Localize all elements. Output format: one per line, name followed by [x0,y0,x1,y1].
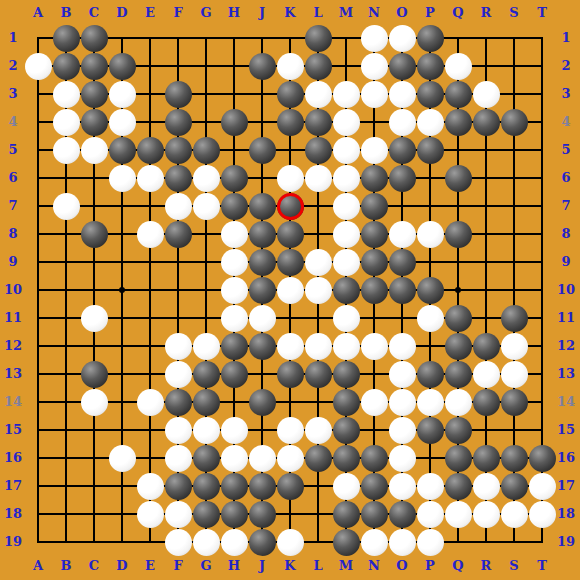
intersection-F1[interactable] [164,24,192,52]
intersection-C7[interactable] [80,192,108,220]
intersection-R4[interactable] [472,108,500,136]
intersection-O12[interactable] [388,332,416,360]
intersection-H14[interactable] [220,388,248,416]
intersection-O6[interactable] [388,164,416,192]
intersection-J13[interactable] [248,360,276,388]
intersection-Q1[interactable] [444,24,472,52]
intersection-J11[interactable] [248,304,276,332]
intersection-Q10[interactable] [444,276,472,304]
intersection-P13[interactable] [416,360,444,388]
intersection-G7[interactable] [192,192,220,220]
intersection-K10[interactable] [276,276,304,304]
intersection-O7[interactable] [388,192,416,220]
intersection-P5[interactable] [416,136,444,164]
intersection-N7[interactable] [360,192,388,220]
intersection-K14[interactable] [276,388,304,416]
intersection-P1[interactable] [416,24,444,52]
intersection-L12[interactable] [304,332,332,360]
intersection-L11[interactable] [304,304,332,332]
intersection-K2[interactable] [276,52,304,80]
intersection-B17[interactable] [52,472,80,500]
intersection-S17[interactable] [500,472,528,500]
intersection-D14[interactable] [108,388,136,416]
intersection-E14[interactable] [136,388,164,416]
intersection-A15[interactable] [24,416,52,444]
intersection-C14[interactable] [80,388,108,416]
intersection-P3[interactable] [416,80,444,108]
intersection-B1[interactable] [52,24,80,52]
intersection-E16[interactable] [136,444,164,472]
intersection-O1[interactable] [388,24,416,52]
intersection-R16[interactable] [472,444,500,472]
intersection-T19[interactable] [528,528,556,556]
intersection-Q8[interactable] [444,220,472,248]
intersection-P4[interactable] [416,108,444,136]
intersection-Q19[interactable] [444,528,472,556]
intersection-H6[interactable] [220,164,248,192]
intersection-E10[interactable] [136,276,164,304]
intersection-B7[interactable] [52,192,80,220]
intersection-J10[interactable] [248,276,276,304]
intersection-P19[interactable] [416,528,444,556]
intersection-Q11[interactable] [444,304,472,332]
intersection-R5[interactable] [472,136,500,164]
intersection-R18[interactable] [472,500,500,528]
intersection-B15[interactable] [52,416,80,444]
intersection-K3[interactable] [276,80,304,108]
intersection-D17[interactable] [108,472,136,500]
intersection-H2[interactable] [220,52,248,80]
intersection-Q12[interactable] [444,332,472,360]
intersection-A9[interactable] [24,248,52,276]
intersection-C2[interactable] [80,52,108,80]
intersection-M14[interactable] [332,388,360,416]
intersection-S16[interactable] [500,444,528,472]
intersection-G2[interactable] [192,52,220,80]
intersection-J16[interactable] [248,444,276,472]
intersection-T11[interactable] [528,304,556,332]
intersection-M18[interactable] [332,500,360,528]
intersection-Q18[interactable] [444,500,472,528]
intersection-A19[interactable] [24,528,52,556]
intersection-Q9[interactable] [444,248,472,276]
intersection-H18[interactable] [220,500,248,528]
intersection-L16[interactable] [304,444,332,472]
intersection-O15[interactable] [388,416,416,444]
intersection-O10[interactable] [388,276,416,304]
intersection-P9[interactable] [416,248,444,276]
intersection-R3[interactable] [472,80,500,108]
intersection-N5[interactable] [360,136,388,164]
intersection-H8[interactable] [220,220,248,248]
intersection-E11[interactable] [136,304,164,332]
intersection-F12[interactable] [164,332,192,360]
intersection-G11[interactable] [192,304,220,332]
intersection-B2[interactable] [52,52,80,80]
intersection-S13[interactable] [500,360,528,388]
intersection-D19[interactable] [108,528,136,556]
intersection-O11[interactable] [388,304,416,332]
intersection-G5[interactable] [192,136,220,164]
intersection-Q6[interactable] [444,164,472,192]
intersection-R14[interactable] [472,388,500,416]
intersection-H11[interactable] [220,304,248,332]
intersection-Q2[interactable] [444,52,472,80]
intersection-C17[interactable] [80,472,108,500]
intersection-N13[interactable] [360,360,388,388]
intersection-D5[interactable] [108,136,136,164]
intersection-D3[interactable] [108,80,136,108]
intersection-S11[interactable] [500,304,528,332]
intersection-N15[interactable] [360,416,388,444]
intersection-R19[interactable] [472,528,500,556]
intersection-R7[interactable] [472,192,500,220]
intersection-A3[interactable] [24,80,52,108]
intersection-O13[interactable] [388,360,416,388]
intersection-J6[interactable] [248,164,276,192]
intersection-T12[interactable] [528,332,556,360]
intersection-S8[interactable] [500,220,528,248]
intersection-Q17[interactable] [444,472,472,500]
intersection-F8[interactable] [164,220,192,248]
intersection-J5[interactable] [248,136,276,164]
intersection-C12[interactable] [80,332,108,360]
intersection-B18[interactable] [52,500,80,528]
intersection-T5[interactable] [528,136,556,164]
intersection-R2[interactable] [472,52,500,80]
intersection-G10[interactable] [192,276,220,304]
intersection-P17[interactable] [416,472,444,500]
intersection-J1[interactable] [248,24,276,52]
intersection-L17[interactable] [304,472,332,500]
intersection-E5[interactable] [136,136,164,164]
intersection-P8[interactable] [416,220,444,248]
intersection-M12[interactable] [332,332,360,360]
intersection-G14[interactable] [192,388,220,416]
intersection-R13[interactable] [472,360,500,388]
intersection-N4[interactable] [360,108,388,136]
intersection-F18[interactable] [164,500,192,528]
intersection-J2[interactable] [248,52,276,80]
intersection-H15[interactable] [220,416,248,444]
intersection-A17[interactable] [24,472,52,500]
intersection-D10[interactable] [108,276,136,304]
intersection-L10[interactable] [304,276,332,304]
intersection-D7[interactable] [108,192,136,220]
intersection-K6[interactable] [276,164,304,192]
intersection-S12[interactable] [500,332,528,360]
intersection-T10[interactable] [528,276,556,304]
intersection-H1[interactable] [220,24,248,52]
intersection-T8[interactable] [528,220,556,248]
intersection-S2[interactable] [500,52,528,80]
intersection-L2[interactable] [304,52,332,80]
intersection-J3[interactable] [248,80,276,108]
intersection-O8[interactable] [388,220,416,248]
intersection-F9[interactable] [164,248,192,276]
intersection-C9[interactable] [80,248,108,276]
intersection-N3[interactable] [360,80,388,108]
intersection-A13[interactable] [24,360,52,388]
intersection-F14[interactable] [164,388,192,416]
intersection-K1[interactable] [276,24,304,52]
intersection-O5[interactable] [388,136,416,164]
intersection-M13[interactable] [332,360,360,388]
intersection-K5[interactable] [276,136,304,164]
intersection-A6[interactable] [24,164,52,192]
intersection-E3[interactable] [136,80,164,108]
intersection-F5[interactable] [164,136,192,164]
intersection-K16[interactable] [276,444,304,472]
intersection-B6[interactable] [52,164,80,192]
intersection-A10[interactable] [24,276,52,304]
intersection-B8[interactable] [52,220,80,248]
intersection-Q3[interactable] [444,80,472,108]
intersection-T2[interactable] [528,52,556,80]
intersection-Q16[interactable] [444,444,472,472]
intersection-E19[interactable] [136,528,164,556]
intersection-R17[interactable] [472,472,500,500]
intersection-G17[interactable] [192,472,220,500]
intersection-E8[interactable] [136,220,164,248]
intersection-L18[interactable] [304,500,332,528]
intersection-M3[interactable] [332,80,360,108]
intersection-F11[interactable] [164,304,192,332]
intersection-E6[interactable] [136,164,164,192]
intersection-N16[interactable] [360,444,388,472]
intersection-Q15[interactable] [444,416,472,444]
intersection-F7[interactable] [164,192,192,220]
intersection-Q14[interactable] [444,388,472,416]
intersection-H5[interactable] [220,136,248,164]
intersection-H12[interactable] [220,332,248,360]
intersection-M4[interactable] [332,108,360,136]
intersection-A16[interactable] [24,444,52,472]
intersection-T13[interactable] [528,360,556,388]
intersection-B14[interactable] [52,388,80,416]
intersection-M11[interactable] [332,304,360,332]
intersection-H10[interactable] [220,276,248,304]
intersection-D16[interactable] [108,444,136,472]
intersection-S3[interactable] [500,80,528,108]
intersection-T17[interactable] [528,472,556,500]
intersection-S1[interactable] [500,24,528,52]
intersection-J17[interactable] [248,472,276,500]
intersection-S6[interactable] [500,164,528,192]
intersection-P16[interactable] [416,444,444,472]
intersection-G6[interactable] [192,164,220,192]
intersection-K18[interactable] [276,500,304,528]
intersection-S4[interactable] [500,108,528,136]
intersection-B19[interactable] [52,528,80,556]
intersection-B4[interactable] [52,108,80,136]
intersection-B9[interactable] [52,248,80,276]
intersection-R12[interactable] [472,332,500,360]
intersection-H19[interactable] [220,528,248,556]
intersection-N11[interactable] [360,304,388,332]
intersection-F10[interactable] [164,276,192,304]
intersection-M7[interactable] [332,192,360,220]
intersection-S14[interactable] [500,388,528,416]
intersection-C18[interactable] [80,500,108,528]
intersection-P7[interactable] [416,192,444,220]
intersection-N18[interactable] [360,500,388,528]
intersection-D4[interactable] [108,108,136,136]
intersection-A2[interactable] [24,52,52,80]
intersection-O3[interactable] [388,80,416,108]
intersection-D1[interactable] [108,24,136,52]
intersection-C1[interactable] [80,24,108,52]
intersection-B12[interactable] [52,332,80,360]
intersection-S5[interactable] [500,136,528,164]
intersection-F13[interactable] [164,360,192,388]
intersection-G18[interactable] [192,500,220,528]
intersection-M15[interactable] [332,416,360,444]
intersection-S19[interactable] [500,528,528,556]
intersection-G1[interactable] [192,24,220,52]
intersection-G8[interactable] [192,220,220,248]
intersection-L3[interactable] [304,80,332,108]
intersection-Q13[interactable] [444,360,472,388]
intersection-G15[interactable] [192,416,220,444]
intersection-P12[interactable] [416,332,444,360]
intersection-B10[interactable] [52,276,80,304]
intersection-N14[interactable] [360,388,388,416]
intersection-R9[interactable] [472,248,500,276]
intersection-K15[interactable] [276,416,304,444]
intersection-N12[interactable] [360,332,388,360]
intersection-K19[interactable] [276,528,304,556]
intersection-H17[interactable] [220,472,248,500]
intersection-N1[interactable] [360,24,388,52]
intersection-E15[interactable] [136,416,164,444]
intersection-L9[interactable] [304,248,332,276]
intersection-E9[interactable] [136,248,164,276]
intersection-D11[interactable] [108,304,136,332]
intersection-T1[interactable] [528,24,556,52]
intersection-O9[interactable] [388,248,416,276]
intersection-A1[interactable] [24,24,52,52]
intersection-K7[interactable] [276,192,304,220]
intersection-J15[interactable] [248,416,276,444]
intersection-E18[interactable] [136,500,164,528]
intersection-J7[interactable] [248,192,276,220]
intersection-H3[interactable] [220,80,248,108]
intersection-T6[interactable] [528,164,556,192]
intersection-C15[interactable] [80,416,108,444]
intersection-J9[interactable] [248,248,276,276]
intersection-K4[interactable] [276,108,304,136]
intersection-C4[interactable] [80,108,108,136]
intersection-P18[interactable] [416,500,444,528]
intersection-B13[interactable] [52,360,80,388]
intersection-F19[interactable] [164,528,192,556]
intersection-L1[interactable] [304,24,332,52]
intersection-K9[interactable] [276,248,304,276]
intersection-M16[interactable] [332,444,360,472]
intersection-F17[interactable] [164,472,192,500]
intersection-E13[interactable] [136,360,164,388]
intersection-F3[interactable] [164,80,192,108]
intersection-J4[interactable] [248,108,276,136]
intersection-A12[interactable] [24,332,52,360]
intersection-R8[interactable] [472,220,500,248]
intersection-T3[interactable] [528,80,556,108]
intersection-M10[interactable] [332,276,360,304]
intersection-L7[interactable] [304,192,332,220]
intersection-P11[interactable] [416,304,444,332]
intersection-M2[interactable] [332,52,360,80]
intersection-B3[interactable] [52,80,80,108]
intersection-C16[interactable] [80,444,108,472]
intersection-D13[interactable] [108,360,136,388]
intersection-L8[interactable] [304,220,332,248]
intersection-T7[interactable] [528,192,556,220]
intersection-M6[interactable] [332,164,360,192]
intersection-O14[interactable] [388,388,416,416]
intersection-O4[interactable] [388,108,416,136]
intersection-R10[interactable] [472,276,500,304]
intersection-G19[interactable] [192,528,220,556]
intersection-F15[interactable] [164,416,192,444]
intersection-K13[interactable] [276,360,304,388]
intersection-G4[interactable] [192,108,220,136]
intersection-D2[interactable] [108,52,136,80]
intersection-G16[interactable] [192,444,220,472]
intersection-L5[interactable] [304,136,332,164]
intersection-M8[interactable] [332,220,360,248]
intersection-E17[interactable] [136,472,164,500]
intersection-E7[interactable] [136,192,164,220]
intersection-O16[interactable] [388,444,416,472]
intersection-N17[interactable] [360,472,388,500]
intersection-L13[interactable] [304,360,332,388]
intersection-Q5[interactable] [444,136,472,164]
intersection-H4[interactable] [220,108,248,136]
intersection-D12[interactable] [108,332,136,360]
intersection-S15[interactable] [500,416,528,444]
intersection-T18[interactable] [528,500,556,528]
intersection-A18[interactable] [24,500,52,528]
intersection-O18[interactable] [388,500,416,528]
intersection-Q7[interactable] [444,192,472,220]
intersection-G9[interactable] [192,248,220,276]
intersection-F4[interactable] [164,108,192,136]
intersection-P15[interactable] [416,416,444,444]
intersection-E2[interactable] [136,52,164,80]
intersection-A8[interactable] [24,220,52,248]
intersection-D18[interactable] [108,500,136,528]
intersection-R15[interactable] [472,416,500,444]
intersection-H7[interactable] [220,192,248,220]
intersection-D8[interactable] [108,220,136,248]
intersection-N6[interactable] [360,164,388,192]
intersection-M1[interactable] [332,24,360,52]
intersection-F2[interactable] [164,52,192,80]
intersection-D6[interactable] [108,164,136,192]
intersection-M5[interactable] [332,136,360,164]
intersection-T4[interactable] [528,108,556,136]
intersection-N9[interactable] [360,248,388,276]
intersection-E12[interactable] [136,332,164,360]
intersection-N8[interactable] [360,220,388,248]
intersection-R6[interactable] [472,164,500,192]
intersection-L15[interactable] [304,416,332,444]
intersection-O17[interactable] [388,472,416,500]
intersection-H16[interactable] [220,444,248,472]
intersection-M19[interactable] [332,528,360,556]
intersection-S9[interactable] [500,248,528,276]
